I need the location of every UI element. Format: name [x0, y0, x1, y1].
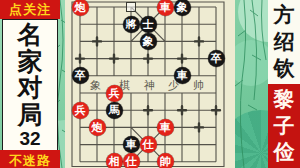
piece-black-elephant[interactable]: 象 — [140, 33, 157, 50]
piece-red-soldier[interactable]: 兵 — [106, 85, 123, 102]
xiangqi-board: 象棋神少帅 炮車象將士象卒卒車兵兵馬炮車車仕相仕帥 — [65, 0, 235, 168]
piece-red-cannon[interactable]: 炮 — [72, 0, 89, 16]
piece-red-chariot[interactable]: 車 — [157, 0, 174, 16]
char: 钦 — [274, 58, 295, 79]
piece-black-chariot[interactable]: 車 — [174, 67, 191, 84]
river-char: 神 — [144, 78, 155, 93]
follow-banner-top: 点关注 — [0, 0, 60, 19]
piece-red-general[interactable]: 帥 — [157, 153, 174, 168]
player-name-top: 方绍钦 — [268, 0, 300, 84]
last-move-from-marker — [126, 2, 136, 12]
piece-black-advisor[interactable]: 士 — [140, 16, 157, 33]
piece-black-elephant[interactable]: 象 — [174, 0, 191, 16]
left-panel: 点关注 名家对局 32 不迷路 — [0, 0, 60, 168]
piece-red-cannon[interactable]: 炮 — [89, 119, 106, 136]
piece-red-soldier[interactable]: 兵 — [72, 102, 89, 119]
right-panel: 方绍钦 黎子俭 — [268, 0, 300, 168]
char: 家 — [18, 49, 43, 74]
episode-number: 32 — [19, 129, 40, 148]
follow-banner-bottom: 不迷路 — [0, 150, 60, 168]
piece-red-elephant[interactable]: 相 — [106, 153, 123, 168]
char: 绍 — [274, 32, 295, 53]
char: 俭 — [274, 142, 295, 163]
char: 对 — [18, 75, 43, 100]
piece-black-general[interactable]: 將 — [123, 16, 140, 33]
piece-red-advisor[interactable]: 仕 — [123, 153, 140, 168]
series-title-panel: 名家对局 32 — [2, 19, 58, 151]
piece-red-chariot[interactable]: 車 — [157, 119, 174, 136]
player-name-bottom: 黎子俭 — [268, 84, 300, 168]
river-char: 帅 — [193, 78, 204, 93]
char: 黎 — [274, 89, 295, 110]
piece-black-chariot[interactable]: 車 — [123, 136, 140, 153]
char: 子 — [274, 116, 295, 137]
char: 局 — [18, 102, 43, 127]
screen: 象棋神少帅 炮車象將士象卒卒車兵兵馬炮車車仕相仕帥 点关注 名家对局 32 不迷… — [0, 0, 300, 168]
river-char: 象 — [90, 78, 101, 93]
char: 名 — [18, 22, 43, 47]
piece-black-soldier[interactable]: 卒 — [208, 50, 225, 67]
piece-black-horse[interactable]: 馬 — [106, 102, 123, 119]
piece-red-advisor[interactable]: 仕 — [140, 136, 157, 153]
char: 方 — [274, 5, 295, 26]
piece-black-soldier[interactable]: 卒 — [72, 67, 89, 84]
